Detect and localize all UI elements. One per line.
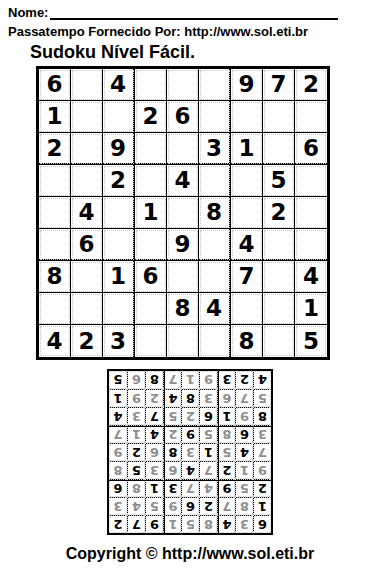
solution-cell-r2c7: 5	[145, 497, 163, 515]
puzzle-cell-r8c2[interactable]	[71, 293, 103, 325]
puzzle-grid: 649721262931624541826948167484142385	[36, 66, 330, 360]
puzzle-cell-r1c5[interactable]	[167, 69, 199, 101]
solution-cell-r2c2: 8	[235, 497, 253, 515]
solution-cell-r2c5: 6	[181, 497, 199, 515]
puzzle-cell-r5c3[interactable]	[103, 197, 135, 229]
puzzle-cell-r3c2[interactable]	[71, 133, 103, 165]
puzzle-cell-r6c4[interactable]	[135, 229, 167, 261]
puzzle-cell-r2c1: 1	[39, 101, 71, 133]
puzzle-cell-r9c7: 8	[231, 325, 263, 357]
puzzle-cell-r6c5: 9	[167, 229, 199, 261]
puzzle-cell-r9c5[interactable]	[167, 325, 199, 357]
solution-cell-r4c9: 8	[109, 461, 127, 479]
puzzle-cell-r7c3: 1	[103, 261, 135, 293]
puzzle-cell-r8c1[interactable]	[39, 293, 71, 325]
solution-cell-r9c4: 9	[199, 371, 217, 389]
puzzle-cell-r7c7: 7	[231, 261, 263, 293]
solution-cell-r1c1: 6	[253, 515, 271, 533]
solution-cell-r3c8: 8	[127, 479, 145, 497]
page-header: Nome: Passatempo Fornecido Por: http://w…	[0, 0, 380, 62]
solution-cell-r3c4: 4	[199, 479, 217, 497]
puzzle-cell-r1c2[interactable]	[71, 69, 103, 101]
solution-cell-r6c9: 7	[109, 425, 127, 443]
solution-cell-r4c6: 6	[163, 461, 181, 479]
solution-cell-r6c5: 9	[181, 425, 199, 443]
puzzle-cell-r8c7[interactable]	[231, 293, 263, 325]
puzzle-cell-r6c6[interactable]	[199, 229, 231, 261]
puzzle-cell-r9c3: 3	[103, 325, 135, 357]
solution-cell-r2c4: 2	[199, 497, 217, 515]
puzzle-cell-r4c3: 2	[103, 165, 135, 197]
solution-cell-r9c9: 5	[109, 371, 127, 389]
solution-cell-r8c9: 1	[109, 389, 127, 407]
solution-cell-r9c6: 7	[163, 371, 181, 389]
solution-cell-r5c3: 5	[217, 443, 235, 461]
solution-cell-r7c6: 5	[163, 407, 181, 425]
solution-cell-r1c3: 4	[217, 515, 235, 533]
solution-cell-r4c1: 9	[253, 461, 271, 479]
puzzle-cell-r4c6[interactable]	[199, 165, 231, 197]
puzzle-cell-r8c9: 1	[295, 293, 327, 325]
puzzle-cell-r3c8[interactable]	[263, 133, 295, 165]
puzzle-cell-r4c4[interactable]	[135, 165, 167, 197]
puzzle-cell-r1c3: 4	[103, 69, 135, 101]
puzzle-cell-r9c2: 2	[71, 325, 103, 357]
puzzle-cell-r5c4: 1	[135, 197, 167, 229]
puzzle-cell-r2c3[interactable]	[103, 101, 135, 133]
solution-cell-r5c9: 9	[109, 443, 127, 461]
puzzle-cell-r3c9: 6	[295, 133, 327, 165]
solution-cell-r4c3: 2	[217, 461, 235, 479]
solution-cell-r1c9: 2	[109, 515, 127, 533]
puzzle-cell-r6c7: 4	[231, 229, 263, 261]
puzzle-cell-r9c9: 5	[295, 325, 327, 357]
solution-cell-r7c4: 6	[199, 407, 217, 425]
solution-cell-r8c6: 4	[163, 389, 181, 407]
puzzle-cell-r6c3[interactable]	[103, 229, 135, 261]
solution-cell-r6c8: 1	[127, 425, 145, 443]
puzzle-cell-r1c6[interactable]	[199, 69, 231, 101]
puzzle-cell-r7c8[interactable]	[263, 261, 295, 293]
solution-cell-r6c3: 8	[217, 425, 235, 443]
puzzle-cell-r7c4: 6	[135, 261, 167, 293]
puzzle-cell-r1c9: 2	[295, 69, 327, 101]
solution-cell-r8c4: 3	[199, 389, 217, 407]
puzzle-cell-r7c2[interactable]	[71, 261, 103, 293]
puzzle-cell-r7c5[interactable]	[167, 261, 199, 293]
puzzle-cell-r9c1: 4	[39, 325, 71, 357]
solution-cell-r8c1: 5	[253, 389, 271, 407]
puzzle-cell-r7c1: 8	[39, 261, 71, 293]
solution-cell-r3c6: 3	[163, 479, 181, 497]
puzzle-cell-r5c1[interactable]	[39, 197, 71, 229]
puzzle-cell-r3c3: 9	[103, 133, 135, 165]
solution-cell-r5c4: 1	[199, 443, 217, 461]
puzzle-cell-r2c5: 6	[167, 101, 199, 133]
puzzle-cell-r5c9[interactable]	[295, 197, 327, 229]
puzzle-cell-r6c9[interactable]	[295, 229, 327, 261]
solution-cell-r6c4: 5	[199, 425, 217, 443]
solution-cell-r9c2: 2	[235, 371, 253, 389]
solution-cell-r8c2: 7	[235, 389, 253, 407]
solution-cell-r6c7: 4	[145, 425, 163, 443]
puzzle-cell-r2c4: 2	[135, 101, 167, 133]
puzzle-cell-r2c8[interactable]	[263, 101, 295, 133]
puzzle-cell-r2c6[interactable]	[199, 101, 231, 133]
puzzle-cell-r4c9[interactable]	[295, 165, 327, 197]
solution-cell-r1c6: 1	[163, 515, 181, 533]
puzzle-cell-r5c2: 4	[71, 197, 103, 229]
solution-cell-r7c7: 7	[145, 407, 163, 425]
puzzle-cell-r8c3[interactable]	[103, 293, 135, 325]
puzzle-cell-r1c1: 6	[39, 69, 71, 101]
solution-cell-r7c3: 1	[217, 407, 235, 425]
solution-cell-r2c1: 1	[253, 497, 271, 515]
puzzle-cell-r3c7: 1	[231, 133, 263, 165]
puzzle-cell-r8c6: 4	[199, 293, 231, 325]
solution-cell-r5c7: 6	[145, 443, 163, 461]
solution-cell-r1c8: 7	[127, 515, 145, 533]
solution-cell-r9c7: 8	[145, 371, 163, 389]
puzzle-cell-r1c8: 7	[263, 69, 295, 101]
name-label: Nome:	[8, 5, 48, 20]
solution-cell-r5c2: 4	[235, 443, 253, 461]
solution-cell-r7c1: 8	[253, 407, 271, 425]
puzzle-cell-r9c4[interactable]	[135, 325, 167, 357]
solution-cell-r9c8: 6	[127, 371, 145, 389]
puzzle-cell-r1c7: 9	[231, 69, 263, 101]
puzzle-cell-r5c8: 2	[263, 197, 295, 229]
puzzle-cell-r1c4[interactable]	[135, 69, 167, 101]
solution-cell-r1c4: 8	[199, 515, 217, 533]
puzzle-cell-r8c8[interactable]	[263, 293, 295, 325]
solution-cell-r8c5: 8	[181, 389, 199, 407]
puzzle-cell-r7c9: 4	[295, 261, 327, 293]
solution-cell-r3c9: 6	[109, 479, 127, 497]
puzzle-cell-r3c6: 3	[199, 133, 231, 165]
solution-cell-r9c5: 1	[181, 371, 199, 389]
name-blank-line[interactable]	[50, 7, 338, 20]
solution-cell-r4c7: 3	[145, 461, 163, 479]
solution-cell-r8c3: 6	[217, 389, 235, 407]
solution-cell-r1c7: 9	[145, 515, 163, 533]
puzzle-cell-r6c8[interactable]	[263, 229, 295, 261]
solution-cell-r7c2: 9	[235, 407, 253, 425]
solution-cell-r4c2: 1	[235, 461, 253, 479]
solution-grid-wrap: 6348519721872695432594731869127463587451…	[0, 369, 380, 535]
solution-cell-r8c8: 9	[127, 389, 145, 407]
solution-cell-r7c9: 4	[109, 407, 127, 425]
solution-cell-r5c5: 3	[181, 443, 199, 461]
solution-cell-r3c1: 2	[253, 479, 271, 497]
puzzle-cell-r3c4[interactable]	[135, 133, 167, 165]
puzzle-cell-r6c1[interactable]	[39, 229, 71, 261]
provided-by-text: Passatempo Fornecido Por: http://www.sol…	[8, 25, 372, 39]
puzzle-cell-r7c6[interactable]	[199, 261, 231, 293]
puzzle-cell-r5c7[interactable]	[231, 197, 263, 229]
copyright-text: Copyright © http://www.sol.eti.br	[0, 545, 380, 563]
solution-cell-r8c7: 2	[145, 389, 163, 407]
page-title: Sudoku Nível Fácil.	[30, 42, 372, 62]
puzzle-cell-r3c5[interactable]	[167, 133, 199, 165]
solution-cell-r1c2: 3	[235, 515, 253, 533]
solution-cell-r2c3: 7	[217, 497, 235, 515]
solution-cell-r7c5: 2	[181, 407, 199, 425]
puzzle-cell-r5c6: 8	[199, 197, 231, 229]
puzzle-cell-r4c2[interactable]	[71, 165, 103, 197]
solution-cell-r9c3: 3	[217, 371, 235, 389]
puzzle-cell-r8c5: 8	[167, 293, 199, 325]
solution-cell-r5c6: 8	[163, 443, 181, 461]
puzzle-cell-r8c4[interactable]	[135, 293, 167, 325]
puzzle-cell-r4c7[interactable]	[231, 165, 263, 197]
solution-cell-r6c1: 3	[253, 425, 271, 443]
solution-cell-r9c1: 4	[253, 371, 271, 389]
puzzle-cell-r2c2[interactable]	[71, 101, 103, 133]
solution-cell-r5c1: 7	[253, 443, 271, 461]
solution-cell-r3c3: 9	[217, 479, 235, 497]
puzzle-cell-r5c5[interactable]	[167, 197, 199, 229]
puzzle-cell-r4c1[interactable]	[39, 165, 71, 197]
solution-cell-r4c4: 7	[199, 461, 217, 479]
solution-cell-r5c8: 2	[127, 443, 145, 461]
solution-cell-r4c5: 4	[181, 461, 199, 479]
puzzle-cell-r9c8[interactable]	[263, 325, 295, 357]
solution-cell-r6c2: 6	[235, 425, 253, 443]
puzzle-cell-r3c1: 2	[39, 133, 71, 165]
solution-cell-r3c7: 1	[145, 479, 163, 497]
solution-cell-r7c8: 3	[127, 407, 145, 425]
puzzle-cell-r4c5: 4	[167, 165, 199, 197]
puzzle-cell-r6c2: 6	[71, 229, 103, 261]
solution-cell-r3c2: 5	[235, 479, 253, 497]
puzzle-cell-r4c8: 5	[263, 165, 295, 197]
solution-cell-r2c6: 9	[163, 497, 181, 515]
name-row: Nome:	[8, 5, 372, 20]
solution-cell-r2c9: 3	[109, 497, 127, 515]
solution-grid: 6348519721872695432594731869127463587451…	[107, 369, 273, 535]
solution-cell-r6c6: 2	[163, 425, 181, 443]
puzzle-cell-r2c9[interactable]	[295, 101, 327, 133]
solution-cell-r3c5: 7	[181, 479, 199, 497]
puzzle-cell-r9c6[interactable]	[199, 325, 231, 357]
solution-cell-r1c5: 5	[181, 515, 199, 533]
solution-cell-r2c8: 4	[127, 497, 145, 515]
puzzle-cell-r2c7[interactable]	[231, 101, 263, 133]
solution-cell-r4c8: 5	[127, 461, 145, 479]
